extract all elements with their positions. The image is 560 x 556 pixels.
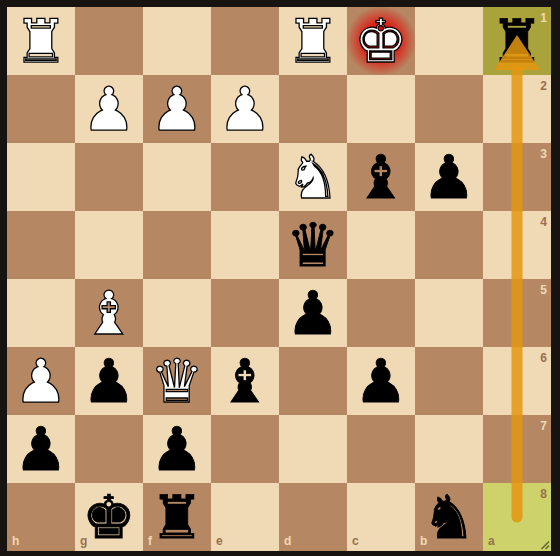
- square-e1[interactable]: [211, 7, 279, 75]
- black-pawn[interactable]: ♟: [143, 415, 211, 483]
- square-h2[interactable]: [7, 75, 75, 143]
- rank-label-5: 5: [540, 283, 547, 297]
- square-h5[interactable]: [7, 279, 75, 347]
- square-h6[interactable]: ♟: [7, 347, 75, 415]
- square-a2[interactable]: 2: [483, 75, 551, 143]
- square-d3[interactable]: ♞: [279, 143, 347, 211]
- square-d8[interactable]: d: [279, 483, 347, 551]
- square-g4[interactable]: [75, 211, 143, 279]
- rank-label-3: 3: [540, 147, 547, 161]
- white-pawn[interactable]: ♟: [75, 75, 143, 143]
- square-e5[interactable]: [211, 279, 279, 347]
- square-g3[interactable]: [75, 143, 143, 211]
- square-e8[interactable]: e: [211, 483, 279, 551]
- square-c1[interactable]: ♚: [347, 7, 415, 75]
- file-label-a: a: [488, 534, 495, 548]
- black-knight[interactable]: ♞: [415, 483, 483, 551]
- board-grid: ♜♜♚♜1♟♟♟2♞♝♟3♛4♝♟5♟♟♛♝♟6♟♟7h♚g♜fedc♞b8a: [7, 7, 551, 551]
- square-a8[interactable]: 8a: [483, 483, 551, 551]
- rank-label-6: 6: [540, 351, 547, 365]
- square-h4[interactable]: [7, 211, 75, 279]
- rank-label-4: 4: [540, 215, 547, 229]
- white-king[interactable]: ♚: [347, 7, 415, 75]
- resize-handle-icon[interactable]: [538, 538, 550, 550]
- black-pawn[interactable]: ♟: [75, 347, 143, 415]
- square-e3[interactable]: [211, 143, 279, 211]
- black-bishop[interactable]: ♝: [347, 143, 415, 211]
- square-a3[interactable]: 3: [483, 143, 551, 211]
- square-b7[interactable]: [415, 415, 483, 483]
- white-rook[interactable]: ♜: [7, 7, 75, 75]
- white-knight[interactable]: ♞: [279, 143, 347, 211]
- square-c6[interactable]: ♟: [347, 347, 415, 415]
- square-f1[interactable]: [143, 7, 211, 75]
- white-rook[interactable]: ♜: [279, 7, 347, 75]
- black-pawn[interactable]: ♟: [7, 415, 75, 483]
- black-rook[interactable]: ♜: [483, 7, 551, 75]
- file-label-h: h: [12, 534, 19, 548]
- square-b5[interactable]: [415, 279, 483, 347]
- square-c8[interactable]: c: [347, 483, 415, 551]
- square-a1[interactable]: ♜1: [483, 7, 551, 75]
- square-c3[interactable]: ♝: [347, 143, 415, 211]
- white-pawn[interactable]: ♟: [7, 347, 75, 415]
- square-a4[interactable]: 4: [483, 211, 551, 279]
- square-d4[interactable]: ♛: [279, 211, 347, 279]
- square-e6[interactable]: ♝: [211, 347, 279, 415]
- square-a5[interactable]: 5: [483, 279, 551, 347]
- square-g5[interactable]: ♝: [75, 279, 143, 347]
- square-g8[interactable]: ♚g: [75, 483, 143, 551]
- square-h8[interactable]: h: [7, 483, 75, 551]
- square-f3[interactable]: [143, 143, 211, 211]
- file-label-e: e: [216, 534, 223, 548]
- square-c4[interactable]: [347, 211, 415, 279]
- black-pawn[interactable]: ♟: [415, 143, 483, 211]
- chess-board: ♜♜♚♜1♟♟♟2♞♝♟3♛4♝♟5♟♟♛♝♟6♟♟7h♚g♜fedc♞b8a: [0, 0, 560, 556]
- black-bishop[interactable]: ♝: [211, 347, 279, 415]
- rank-label-7: 7: [540, 419, 547, 433]
- black-rook[interactable]: ♜: [143, 483, 211, 551]
- square-g6[interactable]: ♟: [75, 347, 143, 415]
- black-pawn[interactable]: ♟: [347, 347, 415, 415]
- square-f6[interactable]: ♛: [143, 347, 211, 415]
- rank-label-2: 2: [540, 79, 547, 93]
- square-d2[interactable]: [279, 75, 347, 143]
- square-f8[interactable]: ♜f: [143, 483, 211, 551]
- square-f5[interactable]: [143, 279, 211, 347]
- square-e2[interactable]: ♟: [211, 75, 279, 143]
- square-f7[interactable]: ♟: [143, 415, 211, 483]
- square-b2[interactable]: [415, 75, 483, 143]
- square-f4[interactable]: [143, 211, 211, 279]
- square-b1[interactable]: [415, 7, 483, 75]
- square-d1[interactable]: ♜: [279, 7, 347, 75]
- square-g1[interactable]: [75, 7, 143, 75]
- square-a7[interactable]: 7: [483, 415, 551, 483]
- file-label-c: c: [352, 534, 359, 548]
- square-e4[interactable]: [211, 211, 279, 279]
- white-bishop[interactable]: ♝: [75, 279, 143, 347]
- square-c2[interactable]: [347, 75, 415, 143]
- square-b6[interactable]: [415, 347, 483, 415]
- square-d5[interactable]: ♟: [279, 279, 347, 347]
- square-c5[interactable]: [347, 279, 415, 347]
- white-pawn[interactable]: ♟: [211, 75, 279, 143]
- square-c7[interactable]: [347, 415, 415, 483]
- white-queen[interactable]: ♛: [143, 347, 211, 415]
- rank-label-8: 8: [540, 487, 547, 501]
- square-e7[interactable]: [211, 415, 279, 483]
- square-b4[interactable]: [415, 211, 483, 279]
- black-king[interactable]: ♚: [75, 483, 143, 551]
- black-queen[interactable]: ♛: [279, 211, 347, 279]
- square-h3[interactable]: [7, 143, 75, 211]
- square-b8[interactable]: ♞b: [415, 483, 483, 551]
- square-g2[interactable]: ♟: [75, 75, 143, 143]
- square-a6[interactable]: 6: [483, 347, 551, 415]
- square-h7[interactable]: ♟: [7, 415, 75, 483]
- white-pawn[interactable]: ♟: [143, 75, 211, 143]
- square-f2[interactable]: ♟: [143, 75, 211, 143]
- square-b3[interactable]: ♟: [415, 143, 483, 211]
- square-d7[interactable]: [279, 415, 347, 483]
- square-g7[interactable]: [75, 415, 143, 483]
- black-pawn[interactable]: ♟: [279, 279, 347, 347]
- file-label-d: d: [284, 534, 291, 548]
- square-h1[interactable]: ♜: [7, 7, 75, 75]
- square-d6[interactable]: [279, 347, 347, 415]
